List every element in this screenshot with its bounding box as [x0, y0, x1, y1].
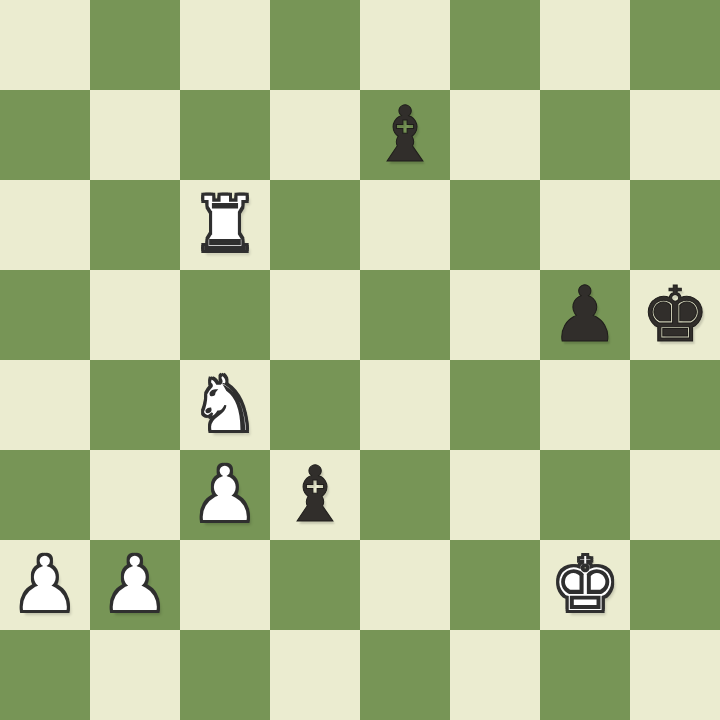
square-a1[interactable] — [0, 630, 90, 720]
square-g1[interactable] — [540, 630, 630, 720]
piece-white-pawn[interactable]: ♟ — [0, 540, 90, 630]
piece-white-knight[interactable]: ♞ — [180, 360, 270, 450]
square-d6[interactable] — [270, 180, 360, 270]
square-e8[interactable] — [360, 0, 450, 90]
square-a2[interactable]: ♟ — [0, 540, 90, 630]
piece-black-king[interactable]: ♚ — [630, 270, 720, 360]
square-f6[interactable] — [450, 180, 540, 270]
square-b8[interactable] — [90, 0, 180, 90]
square-b3[interactable] — [90, 450, 180, 540]
square-f5[interactable] — [450, 270, 540, 360]
piece-white-pawn[interactable]: ♟ — [180, 450, 270, 540]
square-b1[interactable] — [90, 630, 180, 720]
square-g6[interactable] — [540, 180, 630, 270]
square-h2[interactable] — [630, 540, 720, 630]
square-g3[interactable] — [540, 450, 630, 540]
square-c7[interactable] — [180, 90, 270, 180]
chess-board: ♝♜♟♚♞♟♝♟♟♚ — [0, 0, 720, 720]
square-e5[interactable] — [360, 270, 450, 360]
square-b5[interactable] — [90, 270, 180, 360]
square-h4[interactable] — [630, 360, 720, 450]
square-a6[interactable] — [0, 180, 90, 270]
square-h3[interactable] — [630, 450, 720, 540]
square-c8[interactable] — [180, 0, 270, 90]
square-d3[interactable]: ♝ — [270, 450, 360, 540]
square-d1[interactable] — [270, 630, 360, 720]
square-a3[interactable] — [0, 450, 90, 540]
square-f2[interactable] — [450, 540, 540, 630]
piece-white-pawn[interactable]: ♟ — [90, 540, 180, 630]
square-h7[interactable] — [630, 90, 720, 180]
square-e6[interactable] — [360, 180, 450, 270]
square-e4[interactable] — [360, 360, 450, 450]
square-e1[interactable] — [360, 630, 450, 720]
square-g7[interactable] — [540, 90, 630, 180]
square-f7[interactable] — [450, 90, 540, 180]
square-d2[interactable] — [270, 540, 360, 630]
square-e3[interactable] — [360, 450, 450, 540]
piece-white-king[interactable]: ♚ — [540, 540, 630, 630]
square-f4[interactable] — [450, 360, 540, 450]
square-b6[interactable] — [90, 180, 180, 270]
square-h5[interactable]: ♚ — [630, 270, 720, 360]
square-g5[interactable]: ♟ — [540, 270, 630, 360]
square-f3[interactable] — [450, 450, 540, 540]
square-c4[interactable]: ♞ — [180, 360, 270, 450]
square-c5[interactable] — [180, 270, 270, 360]
square-g8[interactable] — [540, 0, 630, 90]
piece-black-bishop[interactable]: ♝ — [270, 450, 360, 540]
square-b4[interactable] — [90, 360, 180, 450]
square-e7[interactable]: ♝ — [360, 90, 450, 180]
square-b7[interactable] — [90, 90, 180, 180]
square-c6[interactable]: ♜ — [180, 180, 270, 270]
square-a8[interactable] — [0, 0, 90, 90]
square-e2[interactable] — [360, 540, 450, 630]
square-a7[interactable] — [0, 90, 90, 180]
square-d4[interactable] — [270, 360, 360, 450]
square-a5[interactable] — [0, 270, 90, 360]
piece-black-bishop[interactable]: ♝ — [360, 90, 450, 180]
square-g4[interactable] — [540, 360, 630, 450]
square-d7[interactable] — [270, 90, 360, 180]
square-c1[interactable] — [180, 630, 270, 720]
square-c2[interactable] — [180, 540, 270, 630]
square-f8[interactable] — [450, 0, 540, 90]
square-g2[interactable]: ♚ — [540, 540, 630, 630]
square-a4[interactable] — [0, 360, 90, 450]
piece-white-rook[interactable]: ♜ — [180, 180, 270, 270]
square-h8[interactable] — [630, 0, 720, 90]
square-d8[interactable] — [270, 0, 360, 90]
square-d5[interactable] — [270, 270, 360, 360]
square-h1[interactable] — [630, 630, 720, 720]
piece-black-pawn[interactable]: ♟ — [540, 270, 630, 360]
square-h6[interactable] — [630, 180, 720, 270]
square-b2[interactable]: ♟ — [90, 540, 180, 630]
square-c3[interactable]: ♟ — [180, 450, 270, 540]
square-f1[interactable] — [450, 630, 540, 720]
